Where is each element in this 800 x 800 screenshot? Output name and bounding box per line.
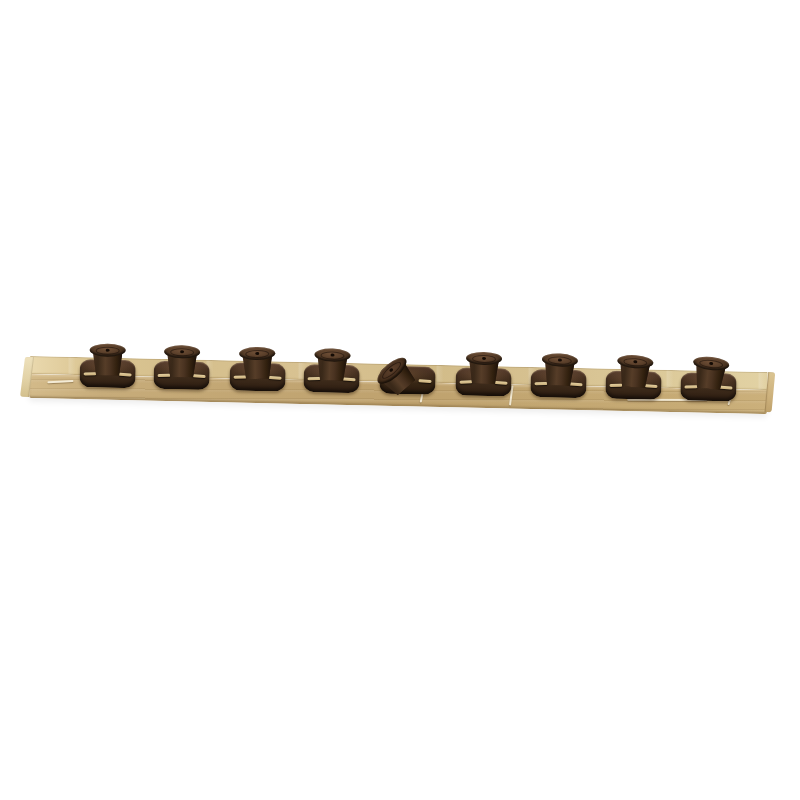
knob-stud [466, 352, 503, 385]
knob-stud [239, 347, 275, 379]
knob-5-tilted [379, 350, 436, 395]
knob-stud [541, 353, 579, 387]
knob-stud [314, 348, 351, 381]
knob-stud [616, 354, 654, 389]
knob-stud [90, 344, 126, 376]
knob-9-upright [680, 356, 737, 401]
knob-cap-dimple-icon [106, 349, 110, 352]
knob-3-upright [229, 346, 286, 391]
knob-cap-dimple-icon [255, 352, 259, 355]
wood-strip [29, 356, 768, 414]
knob-1-upright [79, 343, 136, 388]
knob-2-upright [153, 345, 210, 390]
knob-cap-dimple-icon [558, 358, 562, 361]
knob-cap-dimple-icon [633, 360, 637, 363]
knob-stud-cap [90, 344, 126, 357]
knob-cap-dimple-icon [180, 350, 184, 353]
knob-7-upright [530, 353, 587, 398]
knob-8-upright [605, 355, 662, 400]
knob-cap-dimple-icon [482, 357, 486, 360]
knob-base-slot-right [418, 379, 431, 383]
knob-stud [164, 345, 201, 378]
knob-stud [691, 355, 730, 391]
knob-cap-dimple-icon [330, 354, 334, 357]
photo-canvas: Product photo on a plain white backgroun… [0, 0, 800, 800]
knob-6-upright [455, 351, 512, 396]
knob-4-upright [303, 348, 360, 393]
